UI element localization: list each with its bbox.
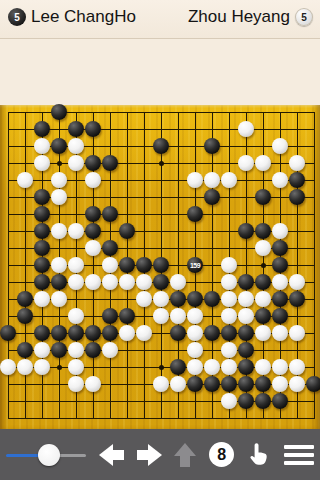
black-stone <box>221 325 237 341</box>
white-stone <box>204 172 220 188</box>
white-stone <box>68 308 84 324</box>
black-stone <box>272 393 288 409</box>
white-stone <box>34 155 50 171</box>
black-stone <box>170 325 186 341</box>
white-stone <box>68 257 84 273</box>
white-stone <box>85 172 101 188</box>
black-stone <box>170 359 186 375</box>
black-stone <box>17 308 33 324</box>
star-point <box>261 263 266 268</box>
white-stone <box>221 274 237 290</box>
white-stone <box>119 274 135 290</box>
black-stone <box>0 325 16 341</box>
black-stone <box>119 308 135 324</box>
white-stone <box>119 325 135 341</box>
header: 5 Lee ChangHo 5 Zhou Heyang <box>0 0 320 39</box>
white-stone <box>51 257 67 273</box>
white-stone <box>187 342 203 358</box>
black-stone <box>34 240 50 256</box>
bottom-toolbar: 8 <box>0 429 320 480</box>
white-stone <box>136 291 152 307</box>
forward-button[interactable] <box>137 444 162 466</box>
black-stone <box>153 274 169 290</box>
black-stone <box>255 376 271 392</box>
black-stone <box>238 223 254 239</box>
white-stone <box>221 291 237 307</box>
black-stone <box>289 172 305 188</box>
white-stone <box>17 172 33 188</box>
white-stone <box>102 342 118 358</box>
white-stone <box>289 274 305 290</box>
white-stone <box>68 342 84 358</box>
black-stone <box>136 257 152 273</box>
black-stone <box>102 308 118 324</box>
white-stone <box>289 359 305 375</box>
white-stone <box>85 240 101 256</box>
white-stone-captures-badge: 5 <box>295 8 313 26</box>
black-stone <box>119 223 135 239</box>
white-stone <box>153 308 169 324</box>
grid-line <box>314 112 315 419</box>
black-stone <box>51 104 67 120</box>
black-stone <box>68 121 84 137</box>
black-stone <box>187 376 203 392</box>
black-stone <box>289 189 305 205</box>
back-button[interactable] <box>99 444 124 466</box>
white-stone <box>34 342 50 358</box>
white-stone <box>187 359 203 375</box>
white-stone <box>272 376 288 392</box>
black-stone <box>255 393 271 409</box>
black-stone <box>34 274 50 290</box>
white-stone <box>272 325 288 341</box>
slider-thumb[interactable] <box>38 444 60 466</box>
black-stone <box>85 342 101 358</box>
white-stone <box>102 274 118 290</box>
white-stone <box>34 291 50 307</box>
black-stone <box>272 291 288 307</box>
black-stone <box>272 308 288 324</box>
black-stone <box>187 291 203 307</box>
go-board[interactable]: 159 <box>0 105 320 429</box>
black-stone <box>204 189 220 205</box>
black-stone <box>187 206 203 222</box>
white-stone <box>255 240 271 256</box>
black-stone <box>153 257 169 273</box>
white-stone <box>272 274 288 290</box>
black-stone <box>204 376 220 392</box>
arrow-up-icon <box>174 443 196 467</box>
black-stone <box>51 342 67 358</box>
white-stone <box>153 291 169 307</box>
white-stone <box>34 359 50 375</box>
white-stone <box>153 376 169 392</box>
white-stone <box>187 308 203 324</box>
white-stone <box>221 172 237 188</box>
black-stone <box>221 376 237 392</box>
black-stone <box>85 325 101 341</box>
white-stone <box>85 376 101 392</box>
eight-ball-icon: 8 <box>209 442 234 467</box>
white-stone <box>102 257 118 273</box>
black-stone <box>255 274 271 290</box>
move-number-button[interactable]: 8 <box>209 442 234 467</box>
black-stone <box>17 342 33 358</box>
black-stone <box>255 189 271 205</box>
white-stone <box>289 155 305 171</box>
hand-pointer-icon <box>247 442 271 468</box>
black-stone-captures-badge: 5 <box>8 8 26 26</box>
white-stone <box>68 155 84 171</box>
black-stone <box>68 325 84 341</box>
black-stone <box>238 359 254 375</box>
up-button[interactable] <box>174 443 196 467</box>
white-stone <box>187 325 203 341</box>
white-stone <box>34 138 50 154</box>
move-number-label: 159 <box>190 262 200 269</box>
white-stone <box>272 359 288 375</box>
white-stone <box>17 359 33 375</box>
black-stone <box>170 291 186 307</box>
black-stone <box>34 325 50 341</box>
grid-line <box>8 418 315 419</box>
white-stone <box>68 138 84 154</box>
black-stone <box>51 325 67 341</box>
black-stone: 159 <box>187 257 203 273</box>
black-player-info: 5 Lee ChangHo <box>8 7 136 27</box>
white-stone <box>51 223 67 239</box>
black-stone <box>17 291 33 307</box>
black-player-name: Lee ChangHo <box>31 7 136 27</box>
white-stone <box>255 359 271 375</box>
white-stone <box>255 155 271 171</box>
white-stone <box>204 359 220 375</box>
black-stone <box>255 308 271 324</box>
move-slider[interactable] <box>6 443 86 467</box>
black-stone <box>272 257 288 273</box>
black-stone <box>238 274 254 290</box>
arrow-right-icon <box>137 444 162 466</box>
white-stone <box>221 359 237 375</box>
white-stone <box>221 342 237 358</box>
black-stone <box>34 121 50 137</box>
black-stone <box>85 155 101 171</box>
white-stone <box>221 257 237 273</box>
black-stone <box>238 393 254 409</box>
black-stone <box>306 376 320 392</box>
black-stone <box>204 325 220 341</box>
star-point <box>57 161 62 166</box>
white-stone <box>272 172 288 188</box>
white-stone <box>68 376 84 392</box>
black-stone <box>102 240 118 256</box>
black-stone <box>238 376 254 392</box>
black-stone <box>85 223 101 239</box>
white-stone <box>68 223 84 239</box>
white-stone <box>51 189 67 205</box>
white-stone <box>0 359 16 375</box>
black-stone <box>34 257 50 273</box>
white-stone <box>221 308 237 324</box>
white-stone <box>136 274 152 290</box>
white-stone <box>255 325 271 341</box>
black-stone <box>153 138 169 154</box>
black-stone <box>102 155 118 171</box>
white-player-name: Zhou Heyang <box>188 7 290 27</box>
arrow-left-icon <box>99 444 124 466</box>
black-stone <box>272 240 288 256</box>
white-stone <box>238 121 254 137</box>
black-stone <box>102 325 118 341</box>
black-stone <box>204 291 220 307</box>
white-stone <box>68 274 84 290</box>
white-stone <box>51 291 67 307</box>
black-stone <box>34 189 50 205</box>
black-stone <box>85 206 101 222</box>
star-point <box>57 365 62 370</box>
white-stone <box>289 376 305 392</box>
white-stone <box>272 138 288 154</box>
black-stone <box>119 257 135 273</box>
black-stone <box>85 121 101 137</box>
white-stone <box>136 325 152 341</box>
black-stone <box>34 206 50 222</box>
black-stone <box>255 223 271 239</box>
menu-button[interactable] <box>284 445 314 465</box>
black-stone <box>51 138 67 154</box>
white-stone <box>85 274 101 290</box>
white-stone <box>221 393 237 409</box>
hand-tool-button[interactable] <box>247 442 271 468</box>
white-stone <box>187 172 203 188</box>
white-stone <box>255 291 271 307</box>
white-stone <box>51 172 67 188</box>
black-stone <box>238 325 254 341</box>
black-stone <box>238 342 254 358</box>
white-stone <box>238 291 254 307</box>
star-point <box>159 365 164 370</box>
white-stone <box>170 376 186 392</box>
black-stone <box>204 138 220 154</box>
white-player-info: 5 Zhou Heyang <box>188 7 313 27</box>
white-stone <box>170 308 186 324</box>
black-stone <box>102 206 118 222</box>
white-stone <box>68 359 84 375</box>
white-stone <box>289 325 305 341</box>
star-point <box>159 161 164 166</box>
white-stone <box>272 223 288 239</box>
black-stone <box>34 223 50 239</box>
white-stone <box>170 274 186 290</box>
hamburger-menu-icon <box>284 445 314 465</box>
white-stone <box>238 155 254 171</box>
black-stone <box>51 274 67 290</box>
white-stone <box>238 308 254 324</box>
black-stone <box>289 291 305 307</box>
